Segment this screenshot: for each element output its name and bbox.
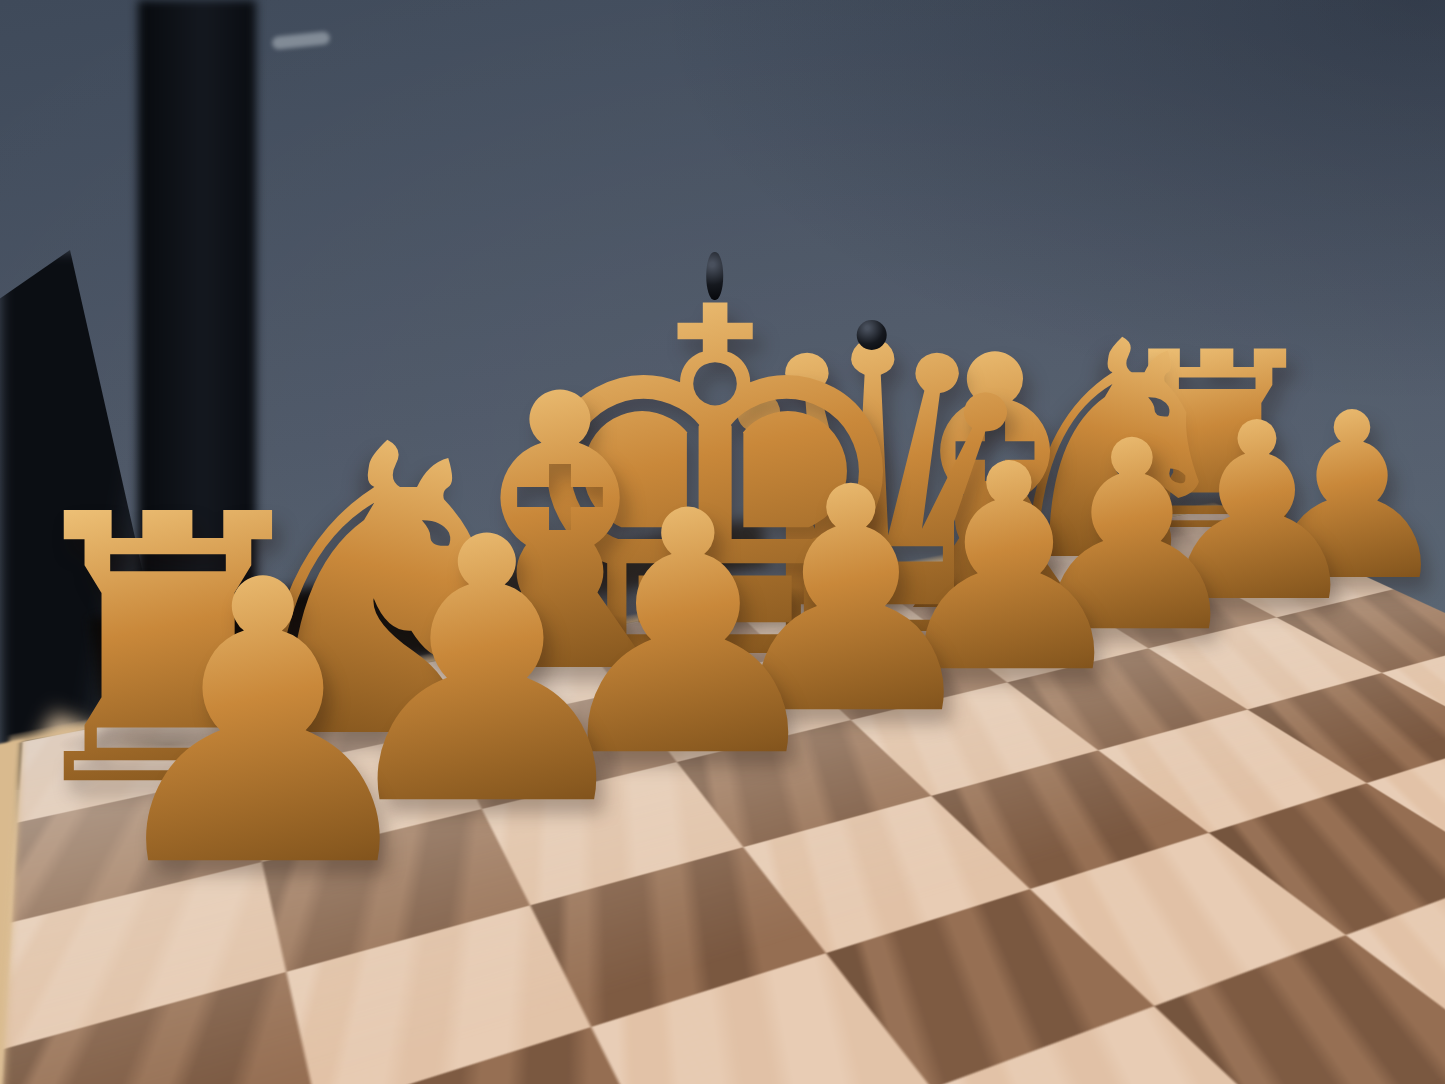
chess-photo-scene: ♜♞♝♚♛♝♞♜♟♟♟♟♟♟♟♟ bbox=[0, 0, 1445, 1084]
